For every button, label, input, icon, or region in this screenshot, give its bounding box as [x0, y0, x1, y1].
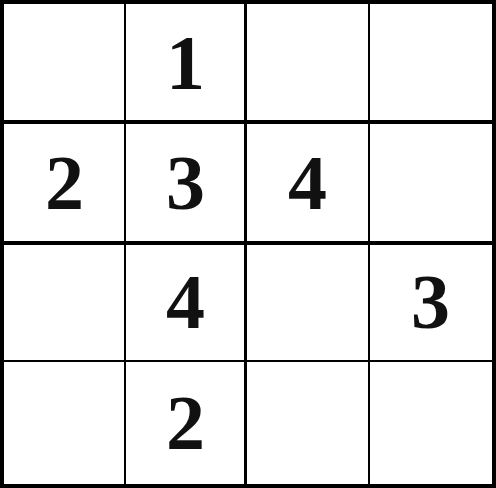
cell-r1c4[interactable]: [369, 4, 492, 122]
cell-r3c3[interactable]: [246, 243, 369, 361]
cell-r4c1[interactable]: [4, 361, 125, 484]
cell-r2c4[interactable]: [369, 122, 492, 243]
cell-r1c1[interactable]: [4, 4, 125, 122]
cell-r2c3[interactable]: 4: [246, 122, 369, 243]
cell-r3c1[interactable]: [4, 243, 125, 361]
cell-r4c3[interactable]: [246, 361, 369, 484]
cell-r4c4[interactable]: [369, 361, 492, 484]
cell-r2c2[interactable]: 3: [125, 122, 246, 243]
cell-r3c2[interactable]: 4: [125, 243, 246, 361]
cell-r4c2[interactable]: 2: [125, 361, 246, 484]
cell-r1c3[interactable]: [246, 4, 369, 122]
sudoku-board: 1234432: [0, 0, 496, 488]
cell-r3c4[interactable]: 3: [369, 243, 492, 361]
horizontal-gridline-3: [4, 360, 492, 362]
horizontal-gridline-2: [4, 241, 492, 245]
cell-r1c2[interactable]: 1: [125, 4, 246, 122]
horizontal-gridline-1: [4, 120, 492, 124]
cell-r2c1[interactable]: 2: [4, 122, 125, 243]
